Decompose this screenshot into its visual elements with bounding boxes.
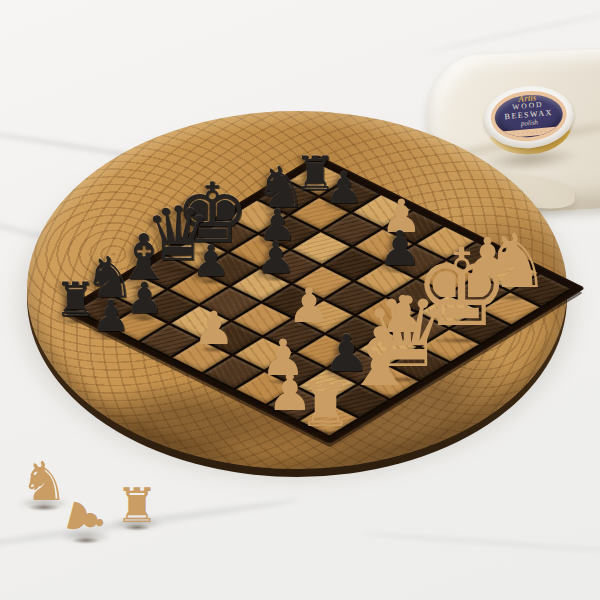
- white-pawn-d4[interactable]: ♟: [285, 281, 333, 329]
- white-rook-a1[interactable]: ♜: [295, 374, 356, 435]
- marble-vein: [422, 9, 600, 54]
- beeswax-tin: Artis WOOD BEESWAX polish · · · · · · · …: [481, 82, 578, 178]
- white-pawn-b5[interactable]: ♟: [191, 305, 237, 351]
- black-pawn-h7[interactable]: ♟: [322, 167, 365, 210]
- white-rook[interactable]: ♜: [113, 481, 161, 529]
- photo-scene: Artis WOOD BEESWAX polish · · · · · · · …: [0, 0, 600, 600]
- black-pawn-a7[interactable]: ♟: [90, 295, 133, 338]
- tin-subtitle-polish: polish: [521, 118, 539, 127]
- white-pawn[interactable]: ♟: [63, 496, 109, 542]
- tin-label: Artis WOOD BEESWAX polish · · · · · · · …: [489, 88, 569, 144]
- marble-vein: [360, 531, 600, 554]
- tin-band-text: · · · · · · · · · · · ·: [498, 126, 562, 139]
- black-pawn-d7[interactable]: ♟: [189, 240, 232, 283]
- black-pawn-e6[interactable]: ♟: [254, 236, 298, 280]
